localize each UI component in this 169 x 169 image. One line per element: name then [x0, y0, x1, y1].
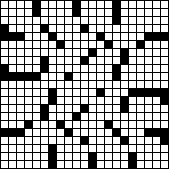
white-cell[interactable]	[129, 73, 136, 80]
white-cell[interactable]	[89, 129, 96, 136]
white-cell[interactable]	[73, 129, 80, 136]
white-cell[interactable]	[105, 33, 112, 40]
white-cell[interactable]	[137, 33, 144, 40]
white-cell[interactable]	[113, 105, 120, 112]
white-cell[interactable]	[1, 137, 8, 144]
white-cell[interactable]	[113, 97, 120, 104]
white-cell[interactable]	[161, 9, 168, 16]
white-cell[interactable]	[89, 97, 96, 104]
white-cell[interactable]	[1, 89, 8, 96]
white-cell[interactable]	[161, 161, 168, 168]
white-cell[interactable]	[121, 129, 128, 136]
white-cell[interactable]	[153, 105, 160, 112]
white-cell[interactable]	[161, 41, 168, 48]
white-cell[interactable]	[73, 41, 80, 48]
white-cell[interactable]	[81, 49, 88, 56]
white-cell[interactable]	[145, 137, 152, 144]
white-cell[interactable]	[33, 89, 40, 96]
white-cell[interactable]	[105, 105, 112, 112]
white-cell[interactable]	[17, 137, 24, 144]
white-cell[interactable]	[113, 137, 120, 144]
white-cell[interactable]	[9, 9, 16, 16]
white-cell[interactable]	[25, 1, 32, 8]
white-cell[interactable]	[65, 121, 72, 128]
white-cell[interactable]	[121, 1, 128, 8]
white-cell[interactable]	[41, 121, 48, 128]
white-cell[interactable]	[41, 81, 48, 88]
white-cell[interactable]	[137, 113, 144, 120]
white-cell[interactable]	[129, 113, 136, 120]
white-cell[interactable]	[145, 57, 152, 64]
white-cell[interactable]	[73, 97, 80, 104]
white-cell[interactable]	[1, 17, 8, 24]
white-cell[interactable]	[129, 97, 136, 104]
white-cell[interactable]	[41, 89, 48, 96]
white-cell[interactable]	[129, 81, 136, 88]
white-cell[interactable]	[153, 49, 160, 56]
white-cell[interactable]	[121, 9, 128, 16]
white-cell[interactable]	[25, 105, 32, 112]
white-cell[interactable]	[81, 145, 88, 152]
white-cell[interactable]	[25, 65, 32, 72]
white-cell[interactable]	[49, 1, 56, 8]
white-cell[interactable]	[41, 145, 48, 152]
white-cell[interactable]	[97, 105, 104, 112]
white-cell[interactable]	[89, 25, 96, 32]
white-cell[interactable]	[41, 33, 48, 40]
white-cell[interactable]	[89, 73, 96, 80]
white-cell[interactable]	[113, 121, 120, 128]
white-cell[interactable]	[153, 73, 160, 80]
white-cell[interactable]	[25, 17, 32, 24]
white-cell[interactable]	[9, 81, 16, 88]
white-cell[interactable]	[9, 65, 16, 72]
white-cell[interactable]	[137, 1, 144, 8]
white-cell[interactable]	[89, 17, 96, 24]
white-cell[interactable]	[33, 41, 40, 48]
white-cell[interactable]	[97, 81, 104, 88]
white-cell[interactable]	[1, 161, 8, 168]
white-cell[interactable]	[81, 129, 88, 136]
white-cell[interactable]	[137, 105, 144, 112]
white-cell[interactable]	[145, 121, 152, 128]
white-cell[interactable]	[65, 89, 72, 96]
white-cell[interactable]	[145, 145, 152, 152]
white-cell[interactable]	[97, 145, 104, 152]
white-cell[interactable]	[57, 33, 64, 40]
white-cell[interactable]	[17, 105, 24, 112]
white-cell[interactable]	[73, 105, 80, 112]
white-cell[interactable]	[9, 161, 16, 168]
white-cell[interactable]	[49, 65, 56, 72]
white-cell[interactable]	[121, 25, 128, 32]
white-cell[interactable]	[121, 17, 128, 24]
white-cell[interactable]	[153, 145, 160, 152]
white-cell[interactable]	[137, 9, 144, 16]
white-cell[interactable]	[153, 1, 160, 8]
white-cell[interactable]	[33, 137, 40, 144]
white-cell[interactable]	[113, 89, 120, 96]
white-cell[interactable]	[105, 17, 112, 24]
white-cell[interactable]	[81, 97, 88, 104]
white-cell[interactable]	[33, 153, 40, 160]
white-cell[interactable]	[105, 1, 112, 8]
white-cell[interactable]	[153, 153, 160, 160]
white-cell[interactable]	[153, 81, 160, 88]
white-cell[interactable]	[49, 81, 56, 88]
white-cell[interactable]	[137, 17, 144, 24]
white-cell[interactable]	[1, 105, 8, 112]
white-cell[interactable]	[33, 65, 40, 72]
white-cell[interactable]	[145, 65, 152, 72]
white-cell[interactable]	[153, 121, 160, 128]
white-cell[interactable]	[97, 9, 104, 16]
white-cell[interactable]	[9, 57, 16, 64]
white-cell[interactable]	[161, 81, 168, 88]
white-cell[interactable]	[105, 57, 112, 64]
white-cell[interactable]	[9, 17, 16, 24]
white-cell[interactable]	[1, 113, 8, 120]
white-cell[interactable]	[17, 97, 24, 104]
white-cell[interactable]	[25, 97, 32, 104]
white-cell[interactable]	[57, 153, 64, 160]
white-cell[interactable]	[97, 17, 104, 24]
white-cell[interactable]	[33, 49, 40, 56]
white-cell[interactable]	[49, 73, 56, 80]
white-cell[interactable]	[97, 49, 104, 56]
white-cell[interactable]	[145, 9, 152, 16]
white-cell[interactable]	[41, 1, 48, 8]
white-cell[interactable]	[73, 121, 80, 128]
white-cell[interactable]	[113, 145, 120, 152]
white-cell[interactable]	[25, 57, 32, 64]
white-cell[interactable]	[137, 153, 144, 160]
white-cell[interactable]	[57, 57, 64, 64]
white-cell[interactable]	[121, 33, 128, 40]
white-cell[interactable]	[121, 145, 128, 152]
white-cell[interactable]	[57, 137, 64, 144]
white-cell[interactable]	[57, 97, 64, 104]
white-cell[interactable]	[65, 41, 72, 48]
white-cell[interactable]	[33, 145, 40, 152]
white-cell[interactable]	[97, 1, 104, 8]
white-cell[interactable]	[65, 1, 72, 8]
white-cell[interactable]	[41, 129, 48, 136]
white-cell[interactable]	[65, 113, 72, 120]
white-cell[interactable]	[65, 33, 72, 40]
white-cell[interactable]	[73, 33, 80, 40]
white-cell[interactable]	[73, 25, 80, 32]
white-cell[interactable]	[153, 137, 160, 144]
white-cell[interactable]	[145, 81, 152, 88]
white-cell[interactable]	[73, 153, 80, 160]
white-cell[interactable]	[89, 9, 96, 16]
white-cell[interactable]	[41, 161, 48, 168]
white-cell[interactable]	[97, 57, 104, 64]
white-cell[interactable]	[65, 9, 72, 16]
white-cell[interactable]	[145, 73, 152, 80]
white-cell[interactable]	[73, 145, 80, 152]
white-cell[interactable]	[41, 73, 48, 80]
white-cell[interactable]	[105, 9, 112, 16]
white-cell[interactable]	[81, 81, 88, 88]
white-cell[interactable]	[9, 113, 16, 120]
white-cell[interactable]	[57, 65, 64, 72]
white-cell[interactable]	[33, 33, 40, 40]
white-cell[interactable]	[137, 65, 144, 72]
white-cell[interactable]	[161, 153, 168, 160]
white-cell[interactable]	[129, 33, 136, 40]
white-cell[interactable]	[89, 145, 96, 152]
white-cell[interactable]	[137, 49, 144, 56]
white-cell[interactable]	[9, 25, 16, 32]
white-cell[interactable]	[33, 57, 40, 64]
white-cell[interactable]	[129, 105, 136, 112]
white-cell[interactable]	[49, 17, 56, 24]
white-cell[interactable]	[73, 73, 80, 80]
white-cell[interactable]	[1, 145, 8, 152]
white-cell[interactable]	[9, 145, 16, 152]
white-cell[interactable]	[33, 81, 40, 88]
white-cell[interactable]	[25, 9, 32, 16]
white-cell[interactable]	[57, 81, 64, 88]
white-cell[interactable]	[89, 41, 96, 48]
white-cell[interactable]	[113, 81, 120, 88]
white-cell[interactable]	[49, 129, 56, 136]
white-cell[interactable]	[113, 49, 120, 56]
white-cell[interactable]	[81, 33, 88, 40]
white-cell[interactable]	[121, 153, 128, 160]
white-cell[interactable]	[105, 49, 112, 56]
white-cell[interactable]	[49, 121, 56, 128]
white-cell[interactable]	[25, 145, 32, 152]
white-cell[interactable]	[9, 137, 16, 144]
white-cell[interactable]	[57, 73, 64, 80]
white-cell[interactable]	[145, 97, 152, 104]
white-cell[interactable]	[137, 97, 144, 104]
white-cell[interactable]	[65, 137, 72, 144]
white-cell[interactable]	[129, 137, 136, 144]
white-cell[interactable]	[73, 89, 80, 96]
white-cell[interactable]	[97, 65, 104, 72]
white-cell[interactable]	[25, 137, 32, 144]
white-cell[interactable]	[161, 113, 168, 120]
white-cell[interactable]	[81, 153, 88, 160]
white-cell[interactable]	[113, 113, 120, 120]
white-cell[interactable]	[65, 17, 72, 24]
white-cell[interactable]	[73, 81, 80, 88]
white-cell[interactable]	[113, 161, 120, 168]
white-cell[interactable]	[129, 57, 136, 64]
white-cell[interactable]	[89, 81, 96, 88]
white-cell[interactable]	[65, 25, 72, 32]
white-cell[interactable]	[73, 49, 80, 56]
white-cell[interactable]	[153, 57, 160, 64]
white-cell[interactable]	[57, 105, 64, 112]
white-cell[interactable]	[17, 9, 24, 16]
white-cell[interactable]	[105, 145, 112, 152]
white-cell[interactable]	[1, 1, 8, 8]
white-cell[interactable]	[41, 153, 48, 160]
white-cell[interactable]	[9, 89, 16, 96]
white-cell[interactable]	[97, 25, 104, 32]
white-cell[interactable]	[89, 1, 96, 8]
white-cell[interactable]	[57, 25, 64, 32]
white-cell[interactable]	[129, 129, 136, 136]
white-cell[interactable]	[145, 49, 152, 56]
white-cell[interactable]	[33, 25, 40, 32]
white-cell[interactable]	[129, 65, 136, 72]
white-cell[interactable]	[105, 97, 112, 104]
white-cell[interactable]	[17, 113, 24, 120]
white-cell[interactable]	[121, 65, 128, 72]
white-cell[interactable]	[25, 33, 32, 40]
white-cell[interactable]	[81, 161, 88, 168]
white-cell[interactable]	[17, 49, 24, 56]
white-cell[interactable]	[65, 81, 72, 88]
white-cell[interactable]	[1, 41, 8, 48]
white-cell[interactable]	[65, 153, 72, 160]
white-cell[interactable]	[25, 161, 32, 168]
white-cell[interactable]	[17, 89, 24, 96]
white-cell[interactable]	[49, 49, 56, 56]
white-cell[interactable]	[105, 161, 112, 168]
white-cell[interactable]	[89, 137, 96, 144]
white-cell[interactable]	[41, 49, 48, 56]
white-cell[interactable]	[97, 121, 104, 128]
white-cell[interactable]	[129, 49, 136, 56]
white-cell[interactable]	[161, 25, 168, 32]
white-cell[interactable]	[57, 129, 64, 136]
white-cell[interactable]	[33, 121, 40, 128]
white-cell[interactable]	[129, 145, 136, 152]
white-cell[interactable]	[121, 73, 128, 80]
white-cell[interactable]	[73, 57, 80, 64]
white-cell[interactable]	[25, 153, 32, 160]
white-cell[interactable]	[145, 41, 152, 48]
white-cell[interactable]	[121, 113, 128, 120]
white-cell[interactable]	[161, 105, 168, 112]
white-cell[interactable]	[129, 17, 136, 24]
white-cell[interactable]	[17, 81, 24, 88]
white-cell[interactable]	[105, 25, 112, 32]
white-cell[interactable]	[89, 113, 96, 120]
white-cell[interactable]	[129, 121, 136, 128]
white-cell[interactable]	[161, 145, 168, 152]
white-cell[interactable]	[17, 17, 24, 24]
white-cell[interactable]	[145, 17, 152, 24]
white-cell[interactable]	[73, 161, 80, 168]
white-cell[interactable]	[49, 25, 56, 32]
white-cell[interactable]	[57, 17, 64, 24]
white-cell[interactable]	[97, 153, 104, 160]
white-cell[interactable]	[129, 9, 136, 16]
white-cell[interactable]	[49, 113, 56, 120]
white-cell[interactable]	[121, 81, 128, 88]
white-cell[interactable]	[73, 17, 80, 24]
white-cell[interactable]	[1, 49, 8, 56]
white-cell[interactable]	[153, 9, 160, 16]
white-cell[interactable]	[153, 17, 160, 24]
white-cell[interactable]	[97, 41, 104, 48]
white-cell[interactable]	[1, 57, 8, 64]
white-cell[interactable]	[65, 161, 72, 168]
white-cell[interactable]	[25, 129, 32, 136]
white-cell[interactable]	[161, 73, 168, 80]
white-cell[interactable]	[81, 1, 88, 8]
white-cell[interactable]	[137, 73, 144, 80]
white-cell[interactable]	[33, 97, 40, 104]
white-cell[interactable]	[137, 137, 144, 144]
white-cell[interactable]	[145, 105, 152, 112]
white-cell[interactable]	[17, 65, 24, 72]
white-cell[interactable]	[65, 65, 72, 72]
white-cell[interactable]	[129, 25, 136, 32]
white-cell[interactable]	[105, 89, 112, 96]
white-cell[interactable]	[97, 73, 104, 80]
white-cell[interactable]	[17, 25, 24, 32]
white-cell[interactable]	[65, 57, 72, 64]
white-cell[interactable]	[137, 121, 144, 128]
white-cell[interactable]	[57, 161, 64, 168]
white-cell[interactable]	[113, 41, 120, 48]
white-cell[interactable]	[73, 137, 80, 144]
white-cell[interactable]	[17, 1, 24, 8]
white-cell[interactable]	[9, 153, 16, 160]
white-cell[interactable]	[137, 25, 144, 32]
white-cell[interactable]	[153, 97, 160, 104]
white-cell[interactable]	[105, 137, 112, 144]
white-cell[interactable]	[137, 145, 144, 152]
white-cell[interactable]	[161, 121, 168, 128]
white-cell[interactable]	[145, 161, 152, 168]
white-cell[interactable]	[161, 65, 168, 72]
white-cell[interactable]	[161, 49, 168, 56]
white-cell[interactable]	[33, 113, 40, 120]
white-cell[interactable]	[65, 97, 72, 104]
white-cell[interactable]	[49, 41, 56, 48]
white-cell[interactable]	[81, 89, 88, 96]
white-cell[interactable]	[97, 137, 104, 144]
white-cell[interactable]	[113, 153, 120, 160]
white-cell[interactable]	[89, 89, 96, 96]
white-cell[interactable]	[33, 17, 40, 24]
white-cell[interactable]	[161, 1, 168, 8]
white-cell[interactable]	[9, 105, 16, 112]
white-cell[interactable]	[121, 161, 128, 168]
white-cell[interactable]	[25, 81, 32, 88]
white-cell[interactable]	[105, 65, 112, 72]
white-cell[interactable]	[57, 113, 64, 120]
white-cell[interactable]	[105, 153, 112, 160]
white-cell[interactable]	[97, 97, 104, 104]
white-cell[interactable]	[97, 113, 104, 120]
white-cell[interactable]	[33, 129, 40, 136]
white-cell[interactable]	[81, 65, 88, 72]
white-cell[interactable]	[81, 121, 88, 128]
white-cell[interactable]	[161, 57, 168, 64]
white-cell[interactable]	[81, 73, 88, 80]
white-cell[interactable]	[33, 161, 40, 168]
white-cell[interactable]	[137, 161, 144, 168]
white-cell[interactable]	[9, 49, 16, 56]
white-cell[interactable]	[81, 9, 88, 16]
white-cell[interactable]	[33, 105, 40, 112]
white-cell[interactable]	[41, 41, 48, 48]
white-cell[interactable]	[97, 129, 104, 136]
white-cell[interactable]	[89, 33, 96, 40]
white-cell[interactable]	[153, 41, 160, 48]
